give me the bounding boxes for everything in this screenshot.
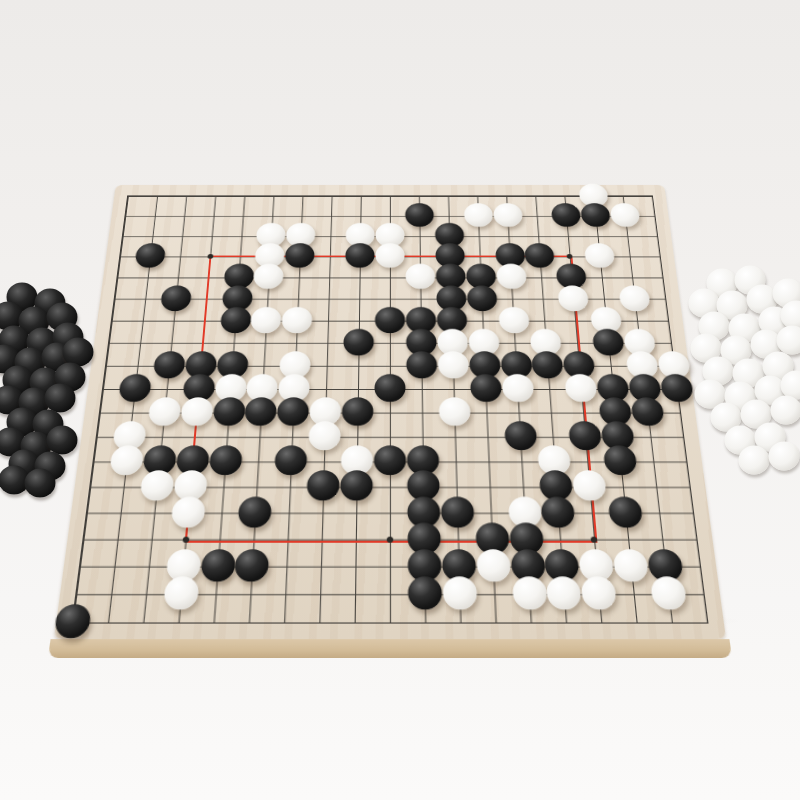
white-stone-c14r2[interactable] xyxy=(493,203,523,227)
white-stone-c12r18[interactable] xyxy=(442,576,477,609)
black-stone-c6r11[interactable] xyxy=(245,397,278,425)
star-point xyxy=(182,536,189,542)
white-stone-c18r2[interactable] xyxy=(610,203,641,227)
white-stone-c16r6[interactable] xyxy=(558,285,590,311)
white-stone-c7r7[interactable] xyxy=(282,307,313,333)
white-stone-c17r4[interactable] xyxy=(584,243,616,268)
black-stone-c17r8[interactable] xyxy=(592,329,625,356)
star-point xyxy=(567,254,573,259)
black-pile-stone xyxy=(45,384,76,413)
white-stone-c16r14[interactable] xyxy=(572,471,607,501)
black-stone-c8r14[interactable] xyxy=(307,471,340,501)
white-stone-c16r10[interactable] xyxy=(565,374,598,402)
black-stone-c2r10[interactable] xyxy=(118,374,152,402)
black-stone-c17r2[interactable] xyxy=(580,203,611,227)
white-stone-c6r5[interactable] xyxy=(253,264,284,289)
black-stone-c2r4[interactable] xyxy=(134,243,166,268)
black-stone-c9r14[interactable] xyxy=(340,471,373,501)
white-stone-c14r7[interactable] xyxy=(498,307,530,333)
black-stone-c14r12[interactable] xyxy=(504,421,537,450)
black-stone-c7r11[interactable] xyxy=(277,397,310,425)
white-stone-c8r12[interactable] xyxy=(309,421,341,450)
black-stone-c10r10[interactable] xyxy=(374,374,405,402)
black-stone-c1r19[interactable] xyxy=(53,604,92,638)
white-stone-c17r17[interactable] xyxy=(613,549,650,581)
white-pile-stone xyxy=(769,442,800,471)
white-pile-stone xyxy=(771,396,800,425)
white-stone-c12r11[interactable] xyxy=(438,397,470,425)
black-stone-c11r9[interactable] xyxy=(406,351,437,378)
black-stone-c9r4[interactable] xyxy=(345,243,374,268)
black-stone-c17r15[interactable] xyxy=(608,496,644,527)
black-stone-c5r7[interactable] xyxy=(219,307,251,333)
white-stone-c14r18[interactable] xyxy=(512,576,548,609)
black-stone-c6r15[interactable] xyxy=(238,496,273,527)
star-point xyxy=(207,254,213,259)
black-pile-stone xyxy=(25,469,56,498)
black-stone-c11r18[interactable] xyxy=(408,576,442,609)
black-stone-c16r12[interactable] xyxy=(568,421,602,450)
go-board-photo xyxy=(0,0,800,800)
white-stone-c14r10[interactable] xyxy=(501,374,534,402)
black-stone-c16r2[interactable] xyxy=(551,203,582,227)
white-stone-c18r18[interactable] xyxy=(650,576,688,609)
board-scene xyxy=(88,139,692,639)
white-stone-c13r17[interactable] xyxy=(476,549,511,581)
board-wood-edge xyxy=(48,639,732,658)
black-stone-c10r13[interactable] xyxy=(374,446,406,476)
white-stone-c3r14[interactable] xyxy=(139,471,174,501)
black-stone-c15r9[interactable] xyxy=(531,351,564,378)
white-pile-stone xyxy=(739,446,770,475)
black-stone-c19r10[interactable] xyxy=(660,374,695,402)
board-grid[interactable] xyxy=(71,195,708,623)
black-stone-c9r8[interactable] xyxy=(343,329,374,356)
white-stone-c15r18[interactable] xyxy=(546,576,582,609)
go-board xyxy=(54,185,726,639)
black-stone-c5r11[interactable] xyxy=(212,397,245,425)
black-stone-c3r9[interactable] xyxy=(152,351,185,378)
white-stone-c4r11[interactable] xyxy=(180,397,214,425)
white-stone-c2r13[interactable] xyxy=(109,446,144,476)
white-stone-c16r18[interactable] xyxy=(581,576,618,609)
white-stone-c4r18[interactable] xyxy=(163,576,200,609)
black-stone-c7r4[interactable] xyxy=(285,243,315,268)
white-stone-c4r15[interactable] xyxy=(170,496,205,527)
black-stone-c10r7[interactable] xyxy=(375,307,405,333)
black-stone-c12r15[interactable] xyxy=(441,496,475,527)
white-stone-c10r4[interactable] xyxy=(375,243,404,268)
black-stone-c17r13[interactable] xyxy=(603,446,638,476)
white-stone-c6r7[interactable] xyxy=(251,307,283,333)
white-stone-c11r5[interactable] xyxy=(405,264,435,289)
black-pile-stone xyxy=(47,426,78,455)
star-point xyxy=(387,536,393,542)
black-stone-c5r17[interactable] xyxy=(200,549,236,581)
star-point xyxy=(591,536,598,542)
white-stone-c18r6[interactable] xyxy=(618,285,651,311)
black-stone-c7r13[interactable] xyxy=(274,446,307,476)
black-stone-c13r10[interactable] xyxy=(470,374,502,402)
black-stone-c13r6[interactable] xyxy=(466,285,497,311)
black-stone-c15r15[interactable] xyxy=(541,496,576,527)
white-stone-c14r5[interactable] xyxy=(496,264,527,289)
black-stone-c18r11[interactable] xyxy=(631,397,666,425)
white-stone-c12r9[interactable] xyxy=(437,351,468,378)
black-stone-c15r4[interactable] xyxy=(524,243,555,268)
black-stone-c3r6[interactable] xyxy=(160,285,192,311)
black-stone-c11r2[interactable] xyxy=(405,203,434,227)
black-stone-c6r17[interactable] xyxy=(235,549,270,581)
white-pile-stone xyxy=(777,326,800,355)
black-stone-c9r11[interactable] xyxy=(342,397,374,425)
white-stone-c13r2[interactable] xyxy=(463,203,493,227)
black-stone-c5r13[interactable] xyxy=(208,446,242,476)
white-stone-c3r11[interactable] xyxy=(147,397,181,425)
